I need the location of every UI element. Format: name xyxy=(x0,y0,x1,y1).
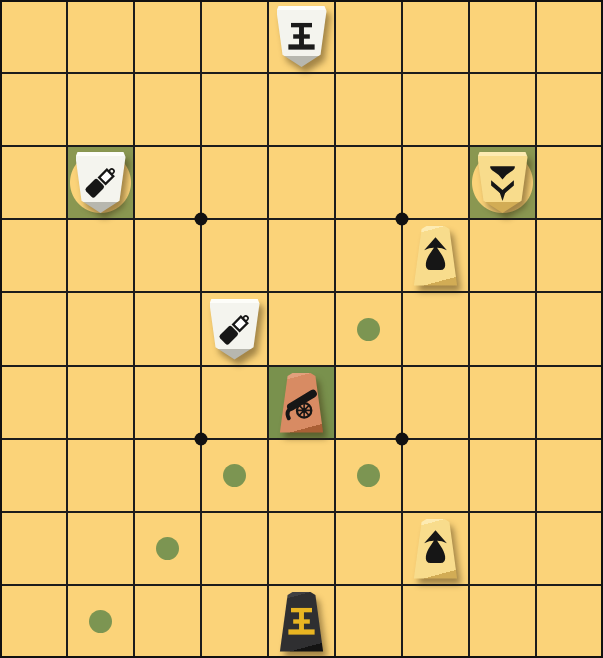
game-board[interactable] xyxy=(0,0,603,658)
piece-bottom-king[interactable] xyxy=(268,585,335,658)
grid-line-vertical xyxy=(66,0,68,658)
piece-badge-gold xyxy=(478,152,528,213)
piece-badge-gold xyxy=(412,226,460,286)
board-outer-border xyxy=(0,0,603,658)
piece-badge-white xyxy=(277,6,327,67)
funnel-arrow-down-icon xyxy=(485,163,520,202)
piece-bottom-cannon[interactable] xyxy=(268,366,335,439)
arrow-pawn-up-icon xyxy=(418,529,453,568)
move-hint-dot[interactable] xyxy=(201,439,268,512)
piece-badge-white xyxy=(210,299,260,360)
move-hint-dot[interactable] xyxy=(335,439,402,512)
piece-badge-orange xyxy=(278,373,326,433)
grid-line-vertical xyxy=(535,0,537,658)
wheel-cannon-icon xyxy=(284,383,319,422)
hand-cannon-icon xyxy=(217,310,252,349)
move-hint-dot[interactable] xyxy=(134,512,201,585)
hand-cannon-icon xyxy=(83,163,118,202)
piece-bottom-pawn-b[interactable] xyxy=(402,512,469,585)
wang-king-glyph-icon xyxy=(284,602,319,641)
piece-bottom-pawn-a[interactable] xyxy=(402,219,469,292)
piece-top-cannon-a[interactable] xyxy=(67,146,134,219)
piece-top-king[interactable] xyxy=(268,0,335,73)
piece-top-drop[interactable] xyxy=(469,146,536,219)
arrow-pawn-up-icon xyxy=(418,236,453,275)
piece-badge-gold xyxy=(412,519,460,579)
grid-line-horizontal xyxy=(0,291,603,293)
move-hint-dot[interactable] xyxy=(335,292,402,366)
move-hint-dot[interactable] xyxy=(67,585,134,658)
star-point xyxy=(195,213,208,226)
wang-king-glyph-icon xyxy=(284,17,319,56)
piece-badge-black xyxy=(278,592,326,652)
piece-badge-white xyxy=(76,152,126,213)
piece-top-cannon-b[interactable] xyxy=(201,292,268,366)
grid-line-horizontal xyxy=(0,511,603,513)
